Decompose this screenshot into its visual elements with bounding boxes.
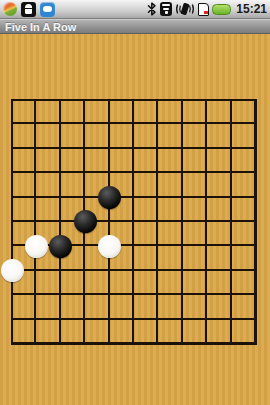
no-sim-icon — [198, 3, 209, 16]
ball-notification-icon — [3, 2, 17, 16]
title-bar: Five In A Row — [0, 19, 270, 34]
no-sim-alert-dot — [204, 11, 208, 15]
stones-grid — [0, 88, 268, 356]
signal-icon — [160, 2, 172, 16]
bluetooth-icon — [147, 2, 157, 16]
battery-icon — [212, 4, 231, 15]
notification-icons — [3, 2, 55, 17]
android-head — [25, 4, 32, 8]
status-bar-clock: 15:21 — [236, 2, 267, 16]
status-bar[interactable]: 15:21 — [0, 0, 270, 19]
android-notification-icon — [21, 2, 36, 17]
android-body — [25, 9, 32, 14]
chat-notification-icon — [40, 2, 55, 17]
vibrate-icon — [175, 2, 195, 16]
system-status-icons: 15:21 — [147, 2, 267, 16]
black-stone — [98, 186, 121, 209]
app-title: Five In A Row — [5, 21, 76, 33]
black-stone — [74, 210, 97, 233]
white-stone — [98, 235, 121, 258]
white-stone — [1, 259, 24, 282]
phone-screen: 15:21 Five In A Row — [0, 0, 270, 405]
black-stone — [49, 235, 72, 258]
white-stone — [25, 235, 48, 258]
chat-bubble — [43, 6, 52, 12]
